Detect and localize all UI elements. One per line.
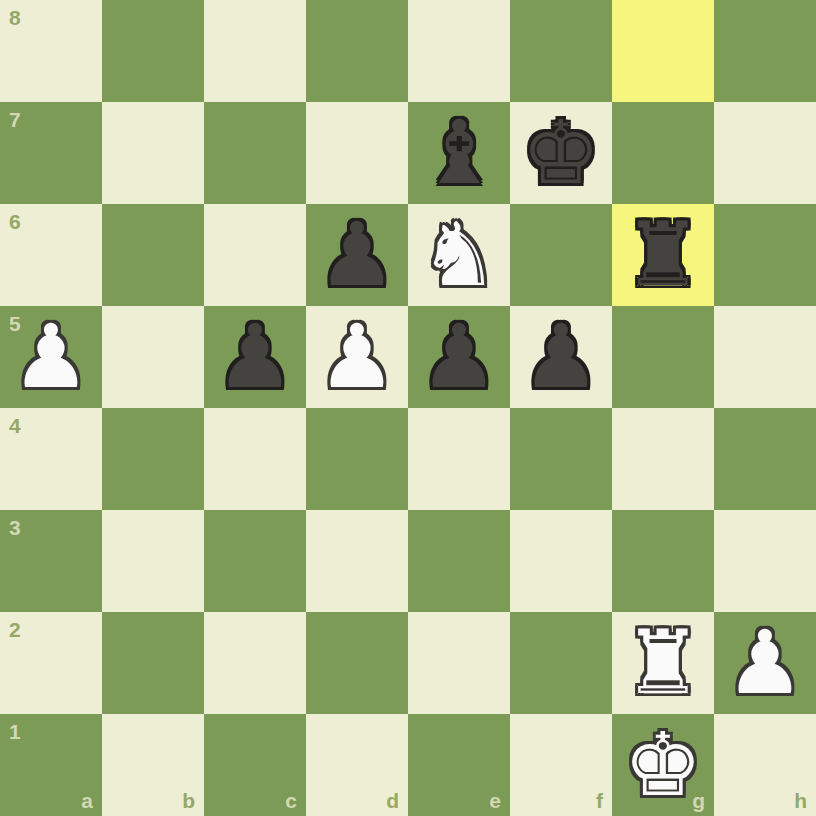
square-a2[interactable]: 2 (0, 612, 102, 714)
square-e3[interactable] (408, 510, 510, 612)
file-label-d: d (386, 790, 399, 811)
square-b1[interactable]: b (102, 714, 204, 816)
file-label-e: e (489, 790, 501, 811)
square-g6[interactable]: ♜ (612, 204, 714, 306)
square-a4[interactable]: 4 (0, 408, 102, 510)
piece-black-pawn[interactable]: ♟ (216, 306, 295, 408)
rank-label-6: 6 (9, 211, 21, 232)
file-label-h: h (794, 790, 807, 811)
piece-white-pawn[interactable]: ♟ (726, 612, 805, 714)
square-f5[interactable]: ♟ (510, 306, 612, 408)
square-b3[interactable] (102, 510, 204, 612)
square-g2[interactable]: ♜ (612, 612, 714, 714)
square-g7[interactable] (612, 102, 714, 204)
square-c1[interactable]: c (204, 714, 306, 816)
piece-black-king[interactable]: ♚ (522, 102, 601, 204)
square-a5[interactable]: 5♟ (0, 306, 102, 408)
chess-board: 87♝♚6♟♞♜5♟♟♟♟♟432♜♟1abcdefg♚h (0, 0, 816, 816)
square-f8[interactable] (510, 0, 612, 102)
square-b8[interactable] (102, 0, 204, 102)
square-g3[interactable] (612, 510, 714, 612)
square-f6[interactable] (510, 204, 612, 306)
file-label-b: b (182, 790, 195, 811)
square-e4[interactable] (408, 408, 510, 510)
rank-label-2: 2 (9, 619, 21, 640)
square-c5[interactable]: ♟ (204, 306, 306, 408)
square-d5[interactable]: ♟ (306, 306, 408, 408)
file-label-f: f (596, 790, 603, 811)
square-a3[interactable]: 3 (0, 510, 102, 612)
square-g1[interactable]: g♚ (612, 714, 714, 816)
piece-white-knight[interactable]: ♞ (420, 204, 499, 306)
square-c6[interactable] (204, 204, 306, 306)
square-e6[interactable]: ♞ (408, 204, 510, 306)
square-b2[interactable] (102, 612, 204, 714)
piece-white-pawn[interactable]: ♟ (318, 306, 397, 408)
square-d7[interactable] (306, 102, 408, 204)
square-f7[interactable]: ♚ (510, 102, 612, 204)
square-b7[interactable] (102, 102, 204, 204)
piece-black-bishop[interactable]: ♝ (420, 102, 499, 204)
square-b5[interactable] (102, 306, 204, 408)
square-d1[interactable]: d (306, 714, 408, 816)
square-c8[interactable] (204, 0, 306, 102)
square-b4[interactable] (102, 408, 204, 510)
piece-black-rook[interactable]: ♜ (624, 204, 703, 306)
square-a7[interactable]: 7 (0, 102, 102, 204)
square-f2[interactable] (510, 612, 612, 714)
square-d6[interactable]: ♟ (306, 204, 408, 306)
rank-label-4: 4 (9, 415, 21, 436)
square-g4[interactable] (612, 408, 714, 510)
square-f1[interactable]: f (510, 714, 612, 816)
square-h6[interactable] (714, 204, 816, 306)
square-h2[interactable]: ♟ (714, 612, 816, 714)
square-c3[interactable] (204, 510, 306, 612)
square-d8[interactable] (306, 0, 408, 102)
rank-label-3: 3 (9, 517, 21, 538)
square-f3[interactable] (510, 510, 612, 612)
square-d2[interactable] (306, 612, 408, 714)
piece-white-rook[interactable]: ♜ (624, 612, 703, 714)
file-label-c: c (285, 790, 297, 811)
square-e2[interactable] (408, 612, 510, 714)
square-h1[interactable]: h (714, 714, 816, 816)
square-c2[interactable] (204, 612, 306, 714)
square-a1[interactable]: 1a (0, 714, 102, 816)
square-e8[interactable] (408, 0, 510, 102)
square-d4[interactable] (306, 408, 408, 510)
rank-label-8: 8 (9, 7, 21, 28)
piece-white-pawn[interactable]: ♟ (12, 306, 91, 408)
square-h4[interactable] (714, 408, 816, 510)
square-g8[interactable] (612, 0, 714, 102)
piece-black-pawn[interactable]: ♟ (420, 306, 499, 408)
square-f4[interactable] (510, 408, 612, 510)
piece-black-pawn[interactable]: ♟ (318, 204, 397, 306)
square-h3[interactable] (714, 510, 816, 612)
square-h7[interactable] (714, 102, 816, 204)
square-h5[interactable] (714, 306, 816, 408)
square-e1[interactable]: e (408, 714, 510, 816)
rank-label-1: 1 (9, 721, 21, 742)
square-c4[interactable] (204, 408, 306, 510)
square-c7[interactable] (204, 102, 306, 204)
square-d3[interactable] (306, 510, 408, 612)
square-b6[interactable] (102, 204, 204, 306)
square-g5[interactable] (612, 306, 714, 408)
rank-label-7: 7 (9, 109, 21, 130)
square-e5[interactable]: ♟ (408, 306, 510, 408)
square-a6[interactable]: 6 (0, 204, 102, 306)
square-a8[interactable]: 8 (0, 0, 102, 102)
file-label-a: a (81, 790, 93, 811)
piece-black-pawn[interactable]: ♟ (522, 306, 601, 408)
square-e7[interactable]: ♝ (408, 102, 510, 204)
piece-white-king[interactable]: ♚ (624, 714, 703, 816)
square-h8[interactable] (714, 0, 816, 102)
